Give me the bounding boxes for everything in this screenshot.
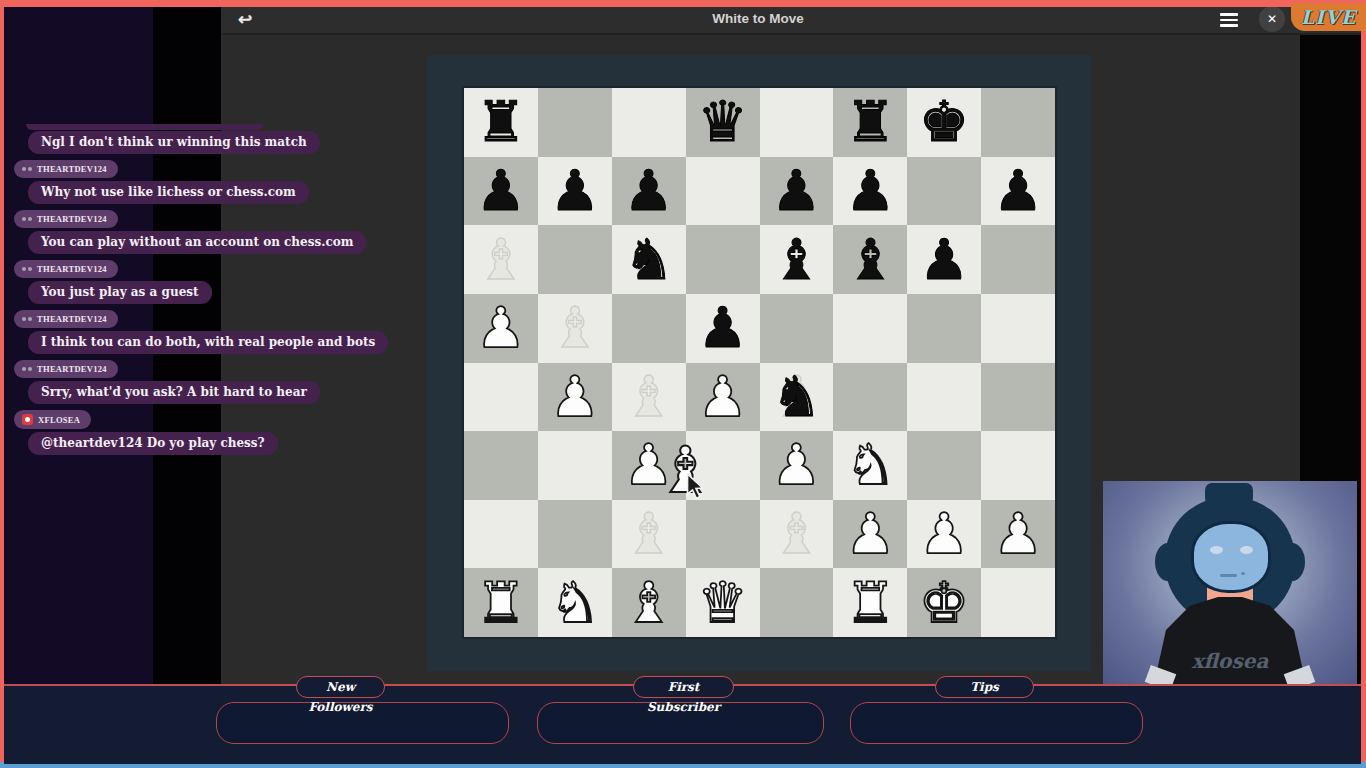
first-subscriber-label: First Subscriber	[633, 676, 734, 698]
square-f8[interactable]: ♜	[833, 88, 907, 157]
square-c7[interactable]: ♟	[612, 157, 686, 226]
black-pawn-c7[interactable]: ♟	[624, 163, 674, 219]
avatar-eye-right	[1240, 546, 1253, 554]
square-c1[interactable]: ♝	[612, 568, 686, 637]
square-e3[interactable]: ♟	[760, 431, 834, 500]
viewer-badge-icon	[22, 217, 26, 221]
square-f1[interactable]: ♜	[833, 568, 907, 637]
white-pawn-f2[interactable]: ♟	[845, 506, 895, 562]
white-pawn-h2[interactable]: ♟	[993, 506, 1043, 562]
square-c5[interactable]	[612, 294, 686, 363]
square-a5[interactable]: ♟	[464, 294, 538, 363]
square-d1[interactable]: ♛	[686, 568, 760, 637]
avatar-eye-left	[1210, 546, 1223, 554]
square-f3[interactable]: ♞	[833, 431, 907, 500]
black-knight-c6[interactable]: ♞	[624, 232, 674, 288]
black-pawn-h7[interactable]: ♟	[993, 163, 1043, 219]
square-f4[interactable]	[833, 363, 907, 432]
tips-label: Tips	[935, 676, 1034, 698]
white-knight-b1[interactable]: ♞	[550, 575, 600, 631]
viewer-badge-icon	[22, 167, 26, 171]
square-c6[interactable]: ♞	[612, 225, 686, 294]
chat-message: You just play as a guest	[28, 281, 212, 304]
black-bishop-f6[interactable]: ♝	[845, 232, 895, 288]
ghost-bishop-hint-c4: ♝	[624, 369, 674, 425]
avatar-face	[1191, 521, 1271, 593]
chat-message: Ngl I don't think ur winning this match	[28, 131, 320, 154]
new-followers-label: New Followers	[296, 676, 385, 698]
square-a3[interactable]	[464, 431, 538, 500]
chat-message: @theartdev124 Do yo play chess?	[28, 432, 278, 455]
square-e1[interactable]	[760, 568, 834, 637]
frame-border-right	[1361, 0, 1366, 762]
square-e6[interactable]: ♝	[760, 225, 834, 294]
white-pawn-a5[interactable]: ♟	[476, 300, 526, 356]
stream-screen: ↩ White to Move ✕ ♜♛♜♚♟♟♟♟♟♟♝♞♝♝♟♟♝♟♟♝♟♝…	[0, 0, 1366, 768]
hamburger-menu-icon[interactable]	[1220, 13, 1238, 30]
square-h2[interactable]: ♟	[981, 500, 1055, 569]
white-rook-a1[interactable]: ♜	[476, 575, 526, 631]
frame-border-top	[0, 0, 1366, 7]
square-d6[interactable]	[686, 225, 760, 294]
chat-message: Why not use like lichess or chess.com	[28, 181, 309, 204]
square-c8[interactable]	[612, 88, 686, 157]
square-g6[interactable]: ♟	[907, 225, 981, 294]
avatar-mouth	[1220, 574, 1237, 577]
live-badge: LIVE	[1291, 3, 1366, 31]
white-pawn-e3[interactable]: ♟	[771, 437, 821, 493]
chess-board[interactable]: ♜♛♜♚♟♟♟♟♟♟♝♞♝♝♟♟♝♟♟♝♟♝♞♟♝♟♞♝♝♟♟♟♜♞♝♛♜♚	[464, 88, 1055, 637]
square-a4[interactable]	[464, 363, 538, 432]
white-rook-f1[interactable]: ♜	[845, 575, 895, 631]
ghost-bishop-hint-b5: ♝	[550, 300, 600, 356]
square-b8[interactable]	[538, 88, 612, 157]
chat-bubble-partial	[26, 124, 263, 130]
chat-message: You can play without an account on chess…	[28, 231, 366, 254]
square-a6[interactable]: ♝	[464, 225, 538, 294]
chat-username-pill: THEARTDEV124	[14, 310, 118, 328]
square-c2[interactable]: ♝	[612, 500, 686, 569]
avatar-mouth-dot	[1241, 572, 1245, 575]
square-g3[interactable]	[907, 431, 981, 500]
square-e5[interactable]	[760, 294, 834, 363]
square-g7[interactable]	[907, 157, 981, 226]
square-f2[interactable]: ♟	[833, 500, 907, 569]
white-pawn-d4[interactable]: ♟	[697, 369, 747, 425]
white-pawn-b4[interactable]: ♟	[550, 369, 600, 425]
square-b2[interactable]	[538, 500, 612, 569]
square-b6[interactable]	[538, 225, 612, 294]
chat-username-pill: THEARTDEV124	[14, 210, 118, 228]
white-king-g1[interactable]: ♚	[919, 575, 969, 631]
ghost-bishop-hint-a6: ♝	[476, 232, 526, 288]
chat-username: THEARTDEV124	[37, 164, 107, 174]
chat-message: Srry, what'd you ask? A bit hard to hear	[28, 381, 320, 404]
frame-border-left	[0, 7, 4, 762]
helmet-bump-right	[1279, 543, 1305, 581]
square-a8[interactable]: ♜	[464, 88, 538, 157]
square-f6[interactable]: ♝	[833, 225, 907, 294]
black-pawn-e7[interactable]: ♟	[771, 163, 821, 219]
square-e4[interactable]: ♝♞	[760, 363, 834, 432]
white-queen-d1[interactable]: ♛	[697, 575, 747, 631]
square-h3[interactable]	[981, 431, 1055, 500]
square-g2[interactable]: ♟	[907, 500, 981, 569]
ghost-bishop-hint-c2: ♝	[624, 506, 674, 562]
square-f7[interactable]: ♟	[833, 157, 907, 226]
square-h7[interactable]: ♟	[981, 157, 1055, 226]
square-b3[interactable]	[538, 431, 612, 500]
square-h8[interactable]	[981, 88, 1055, 157]
black-pawn-f7[interactable]: ♟	[845, 163, 895, 219]
chat-username: THEARTDEV124	[37, 214, 107, 224]
square-b4[interactable]: ♟	[538, 363, 612, 432]
square-e7[interactable]: ♟	[760, 157, 834, 226]
black-rook-a8[interactable]: ♜	[476, 94, 526, 150]
square-h6[interactable]	[981, 225, 1055, 294]
chat-message: I think tou can do both, with real peopl…	[28, 331, 388, 354]
viewer-badge-icon	[22, 267, 26, 271]
square-a7[interactable]: ♟	[464, 157, 538, 226]
square-d5[interactable]: ♟	[686, 294, 760, 363]
square-c4[interactable]: ♝	[612, 363, 686, 432]
square-h4[interactable]	[981, 363, 1055, 432]
square-b7[interactable]: ♟	[538, 157, 612, 226]
helmet-bump-left	[1155, 543, 1181, 581]
square-g4[interactable]	[907, 363, 981, 432]
chat-username-pill: THEARTDEV124	[14, 260, 118, 278]
square-b1[interactable]: ♞	[538, 568, 612, 637]
chat-overlay: Ngl I don't think ur winning this matchT…	[14, 124, 388, 461]
square-a2[interactable]	[464, 500, 538, 569]
black-rook-f8[interactable]: ♜	[845, 94, 895, 150]
square-a1[interactable]: ♜	[464, 568, 538, 637]
white-knight-f3[interactable]: ♞	[845, 437, 895, 493]
chat-username: THEARTDEV124	[37, 364, 107, 374]
black-queen-d8[interactable]: ♛	[697, 94, 747, 150]
viewer-badge-icon	[22, 367, 26, 371]
square-d4[interactable]: ♟	[686, 363, 760, 432]
shirt-username: xflosea	[1103, 649, 1357, 673]
page-title: White to Move	[221, 11, 1295, 26]
ghost-bishop-hint-e2: ♝	[771, 506, 821, 562]
black-pawn-g6[interactable]: ♟	[919, 232, 969, 288]
chat-username: XFLOSEA	[38, 415, 80, 425]
square-h1[interactable]	[981, 568, 1055, 637]
square-e2[interactable]: ♝	[760, 500, 834, 569]
mouse-cursor	[686, 473, 704, 500]
square-g8[interactable]: ♚	[907, 88, 981, 157]
close-button[interactable]: ✕	[1259, 6, 1285, 32]
black-king-g8[interactable]: ♚	[919, 94, 969, 150]
square-d2[interactable]	[686, 500, 760, 569]
chat-username-pill: THEARTDEV124	[14, 160, 118, 178]
chat-username-pill: THEARTDEV124	[14, 360, 118, 378]
square-g1[interactable]: ♚	[907, 568, 981, 637]
chat-username-pill: XFLOSEA	[14, 410, 91, 429]
square-h5[interactable]	[981, 294, 1055, 363]
black-pawn-a7[interactable]: ♟	[476, 163, 526, 219]
viewer-badge-icon	[22, 317, 26, 321]
square-f5[interactable]	[833, 294, 907, 363]
black-pawn-b7[interactable]: ♟	[550, 163, 600, 219]
square-d8[interactable]: ♛	[686, 88, 760, 157]
black-knight-e4[interactable]: ♞	[771, 369, 821, 425]
tips-box	[850, 702, 1143, 744]
white-bishop-c1[interactable]: ♝	[624, 575, 674, 631]
square-g5[interactable]	[907, 294, 981, 363]
chat-username: THEARTDEV124	[37, 264, 107, 274]
webcam-avatar-panel: xflosea	[1103, 481, 1357, 684]
streamer-badge-icon	[22, 414, 33, 425]
white-pawn-g2[interactable]: ♟	[919, 506, 969, 562]
square-d7[interactable]	[686, 157, 760, 226]
black-pawn-d5[interactable]: ♟	[697, 300, 747, 356]
chat-username: THEARTDEV124	[37, 314, 107, 324]
square-b5[interactable]: ♝	[538, 294, 612, 363]
square-e8[interactable]	[760, 88, 834, 157]
black-bishop-e6[interactable]: ♝	[771, 232, 821, 288]
